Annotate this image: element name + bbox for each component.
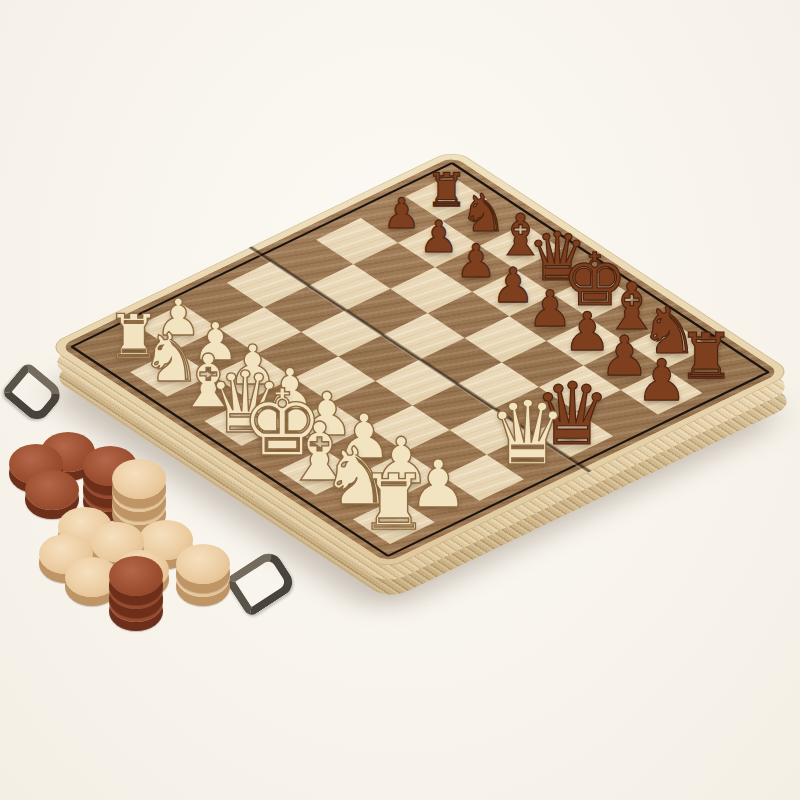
white-queen-h4[interactable]: ♛ xyxy=(488,389,568,478)
dark-checker-disc[interactable] xyxy=(109,556,163,596)
black-pawn-a7[interactable]: ♟ xyxy=(383,192,421,234)
chess-pieces-layer: ♜♟♞♟♝♟♛♟♚♟♝♟♟♞♜♟♟♜♞♟♟♝♟♛♟♛♚♟♛♝♟♞♟♜ xyxy=(0,0,800,800)
black-pawn-h7[interactable]: ♟ xyxy=(636,352,687,409)
white-rook-h1[interactable]: ♜ xyxy=(359,464,428,541)
light-checker-disc[interactable] xyxy=(176,544,230,584)
dark-checker-disc[interactable] xyxy=(25,470,79,510)
black-pawn-b7[interactable]: ♟ xyxy=(419,215,458,259)
black-pawn-c7[interactable]: ♟ xyxy=(455,238,496,284)
product-photo-stage: ♜♟♞♟♝♟♛♟♚♟♝♟♟♞♜♟♟♜♞♟♟♝♟♛♟♛♚♟♛♝♟♞♟♜ xyxy=(0,0,800,800)
light-checker-disc[interactable] xyxy=(112,459,166,499)
